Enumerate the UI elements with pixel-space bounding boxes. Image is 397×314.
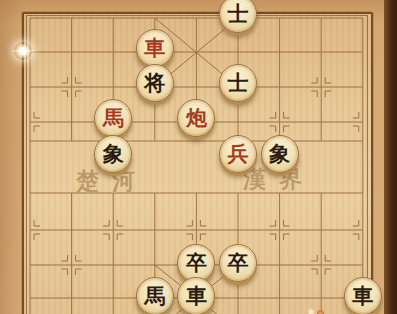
piece-red-cannon[interactable]: 炮: [177, 99, 215, 137]
piece-black-horse[interactable]: 馬: [136, 277, 174, 314]
piece-glyph: 車: [186, 285, 207, 306]
piece-glyph: 士: [228, 72, 249, 93]
piece-red-chariot[interactable]: 車: [136, 29, 174, 67]
piece-black-advisor[interactable]: 士: [219, 64, 257, 102]
piece-glyph: 炮: [186, 107, 207, 128]
piece-black-chariot[interactable]: 車: [177, 277, 215, 314]
piece-glyph: 象: [269, 143, 290, 164]
piece-glyph: 卒: [186, 252, 207, 273]
piece-black-general[interactable]: 将: [136, 64, 174, 102]
piece-glyph: 兵: [228, 143, 249, 164]
particle-orange: [317, 310, 324, 314]
piece-glyph: 士: [228, 3, 249, 24]
piece-glyph: 馬: [103, 107, 124, 128]
piece-black-soldier[interactable]: 卒: [219, 244, 257, 282]
piece-glyph: 将: [144, 72, 165, 93]
piece-black-chariot[interactable]: 車: [344, 277, 382, 314]
piece-red-horse[interactable]: 馬: [94, 99, 132, 137]
xiangqi-game-screen: 楚河 漢界 士車将士馬炮象兵象卒卒馬車車: [0, 0, 397, 314]
piece-glyph: 卒: [228, 252, 249, 273]
piece-glyph: 馬: [144, 285, 165, 306]
right-edge-band: [384, 0, 397, 314]
piece-black-elephant[interactable]: 象: [261, 135, 299, 173]
particle-light: [308, 309, 314, 314]
piece-glyph: 車: [352, 285, 373, 306]
piece-glyph: 象: [103, 143, 124, 164]
sparkle-effect-icon: [14, 42, 32, 60]
piece-red-soldier[interactable]: 兵: [219, 135, 257, 173]
piece-glyph: 車: [144, 37, 165, 58]
piece-black-elephant[interactable]: 象: [94, 135, 132, 173]
